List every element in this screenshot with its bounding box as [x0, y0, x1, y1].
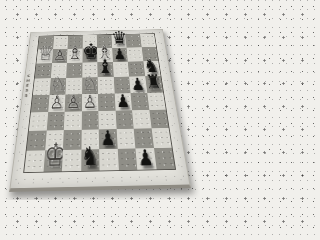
chess-piece-wP: ♙ — [48, 93, 66, 111]
board-square-r2c2: ♙ — [52, 49, 68, 63]
board-square-r8c6 — [117, 148, 137, 170]
board-square-r2c5: ♗ — [97, 48, 113, 62]
board-square-r5c1 — [31, 95, 49, 113]
board-square-r8c8 — [154, 148, 175, 170]
board-square-r7c5: ♟ — [99, 129, 118, 149]
board-square-r6c5 — [98, 110, 116, 129]
board-square-r2c3: ♗ — [67, 49, 82, 63]
countertop-background: { "game": "chess", "board": { "rows": 8,… — [0, 0, 200, 200]
board-square-r1c8 — [140, 34, 156, 48]
board-square-r7c8 — [151, 128, 172, 148]
board-square-r3c7 — [128, 61, 145, 76]
board-square-r5c2: ♙ — [48, 94, 66, 112]
board-square-r1c2 — [53, 36, 68, 50]
chess-board: ♛♕♙♗♚♗♟♝♞♘♘♟♜♙♙♙♟♟♔♞♟ ♘♗♖♕ CHESS — [9, 29, 191, 192]
board-square-r3c1 — [35, 63, 52, 78]
board-square-r4c6 — [113, 77, 130, 93]
board-square-r2c7 — [127, 47, 143, 61]
board-square-r5c3: ♙ — [65, 94, 82, 112]
board-square-r6c8 — [149, 109, 169, 128]
board-square-r1c5 — [97, 35, 112, 49]
board-playing-area: ♛♕♙♗♚♗♟♝♞♘♘♟♜♙♙♙♟♟♔♞♟ — [24, 34, 175, 172]
board-square-r5c8 — [147, 92, 166, 110]
board-square-r2c1: ♕ — [36, 49, 52, 63]
board-square-r8c5 — [99, 149, 118, 171]
board-square-r8c4: ♞ — [81, 149, 100, 171]
board-square-r1c6: ♛ — [111, 34, 126, 48]
board-square-r4c3 — [65, 78, 81, 94]
chess-piece-bP: ♟ — [112, 47, 128, 62]
board-square-r5c6: ♟ — [114, 93, 132, 111]
board-square-r8c3 — [62, 150, 81, 172]
board-square-r4c2: ♘ — [49, 78, 66, 94]
board-square-r2c6: ♟ — [112, 48, 128, 62]
board-square-r4c7: ♟ — [129, 76, 147, 92]
chess-piece-bP: ♟ — [99, 128, 118, 149]
board-square-r3c2 — [50, 63, 66, 78]
chess-piece-bQ: ♛ — [111, 29, 127, 47]
board-square-r1c3 — [68, 35, 83, 49]
board-square-r3c8: ♞ — [143, 61, 161, 76]
chess-piece-bP: ♟ — [114, 92, 132, 110]
board-square-r6c3 — [64, 111, 82, 130]
chess-piece-wP: ♙ — [65, 93, 82, 111]
board-square-r7c3 — [63, 130, 81, 150]
board-square-r3c6 — [113, 62, 130, 77]
board-square-r6c2 — [46, 111, 64, 130]
board-square-r2c4: ♚ — [82, 48, 97, 62]
board-square-r4c8: ♜ — [145, 76, 163, 92]
board-square-r8c1 — [24, 150, 45, 172]
board-square-r4c5 — [98, 77, 115, 93]
board-square-r3c5: ♝ — [97, 62, 113, 77]
chess-piece-wP: ♙ — [81, 92, 98, 110]
board-square-r1c4 — [82, 35, 97, 49]
board-square-r5c5 — [98, 93, 115, 111]
board-square-r1c1 — [38, 36, 54, 50]
board-square-r7c6 — [116, 129, 135, 149]
chess-piece-wP: ♙ — [52, 48, 68, 63]
board-square-r7c2 — [45, 130, 64, 150]
board-square-r3c3 — [66, 63, 82, 78]
board-square-r1c7 — [125, 34, 141, 48]
board-square-r4c4: ♘ — [82, 77, 98, 93]
board-square-r6c6 — [115, 110, 133, 129]
board-square-r2c8 — [141, 47, 158, 61]
board-square-r7c1 — [27, 130, 47, 150]
board-square-r6c1 — [29, 112, 48, 131]
board-square-r7c4 — [81, 129, 99, 149]
board-square-r4c1 — [33, 78, 51, 94]
board-square-r6c4 — [81, 111, 98, 130]
board-square-r5c4: ♙ — [81, 94, 98, 112]
board-square-r3c4 — [82, 62, 98, 77]
board-square-r8c2: ♔ — [43, 150, 63, 172]
board-brand-text: CHESS — [23, 74, 31, 99]
